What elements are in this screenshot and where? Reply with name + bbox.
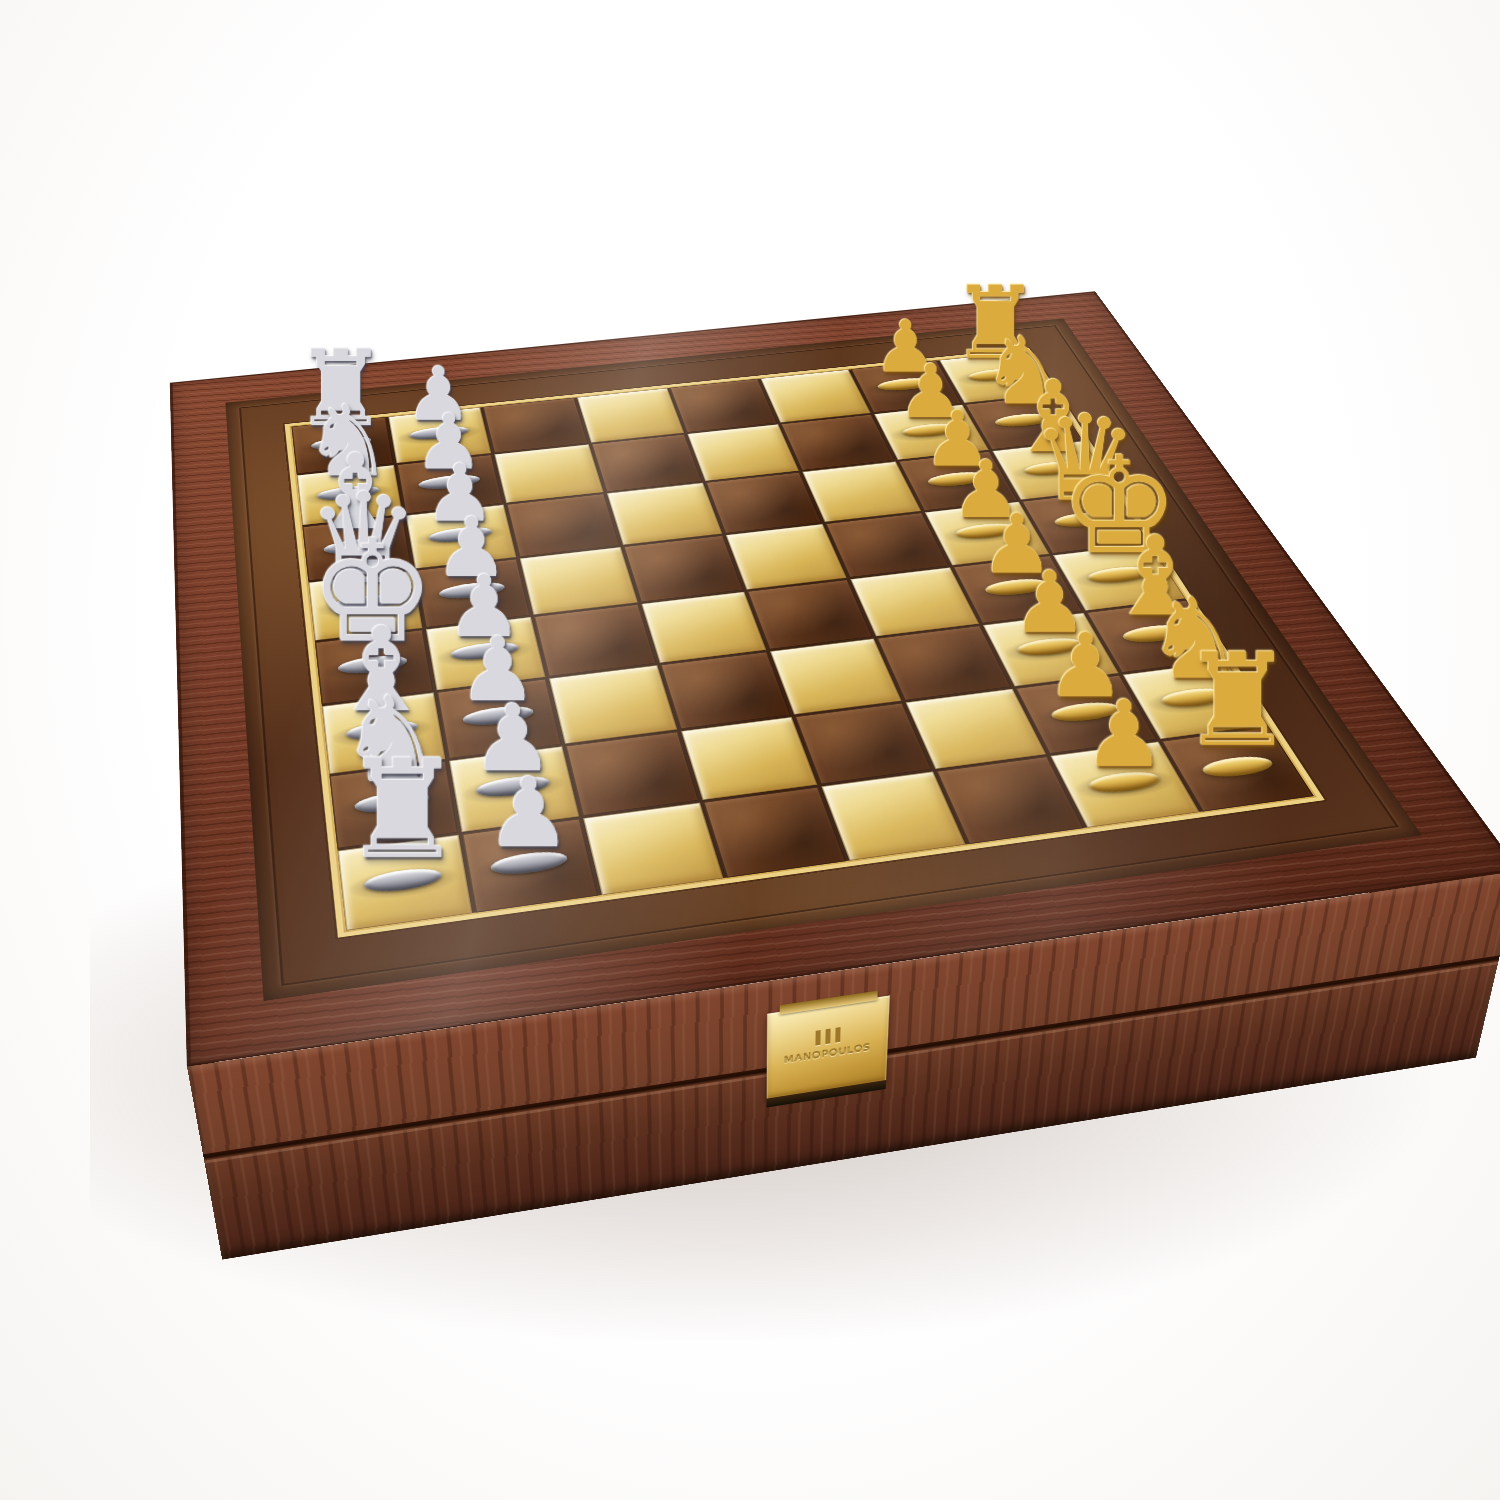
square-g1: ♞ bbox=[330, 761, 458, 849]
square-e1: ♚ bbox=[315, 629, 433, 704]
product-photo-scene: ♜♟♟♜♞♟♟♞♝♟♟♝♛♟♟♛♚♟♟♚♝♟♟♝♞♟♟♞♜♟♟♜ MANOPOU… bbox=[0, 0, 1500, 1500]
square-h2: ♟ bbox=[462, 819, 599, 913]
square-g2: ♟ bbox=[449, 746, 580, 832]
square-g4 bbox=[681, 717, 817, 800]
clasp-brand-label: MANOPOULOS bbox=[767, 1040, 888, 1068]
square-g3 bbox=[566, 731, 699, 816]
square-f3 bbox=[549, 665, 677, 743]
square-f4 bbox=[660, 652, 790, 729]
square-c1: ♝ bbox=[302, 516, 411, 581]
square-d1: ♛ bbox=[309, 571, 422, 641]
square-d3 bbox=[520, 547, 638, 615]
square-f6 bbox=[877, 626, 1011, 701]
square-h1: ♜ bbox=[338, 835, 472, 930]
clasp-latch-lip bbox=[767, 1080, 886, 1108]
manopoulos-logo-icon bbox=[812, 1027, 845, 1047]
square-d2: ♟ bbox=[415, 559, 530, 628]
square-d4 bbox=[623, 535, 742, 601]
gold-clasp: MANOPOULOS bbox=[767, 995, 890, 1098]
square-f2: ♟ bbox=[437, 679, 562, 759]
clasp-hinge bbox=[780, 991, 878, 1015]
square-f1: ♝ bbox=[322, 693, 445, 774]
square-h3 bbox=[584, 803, 724, 895]
